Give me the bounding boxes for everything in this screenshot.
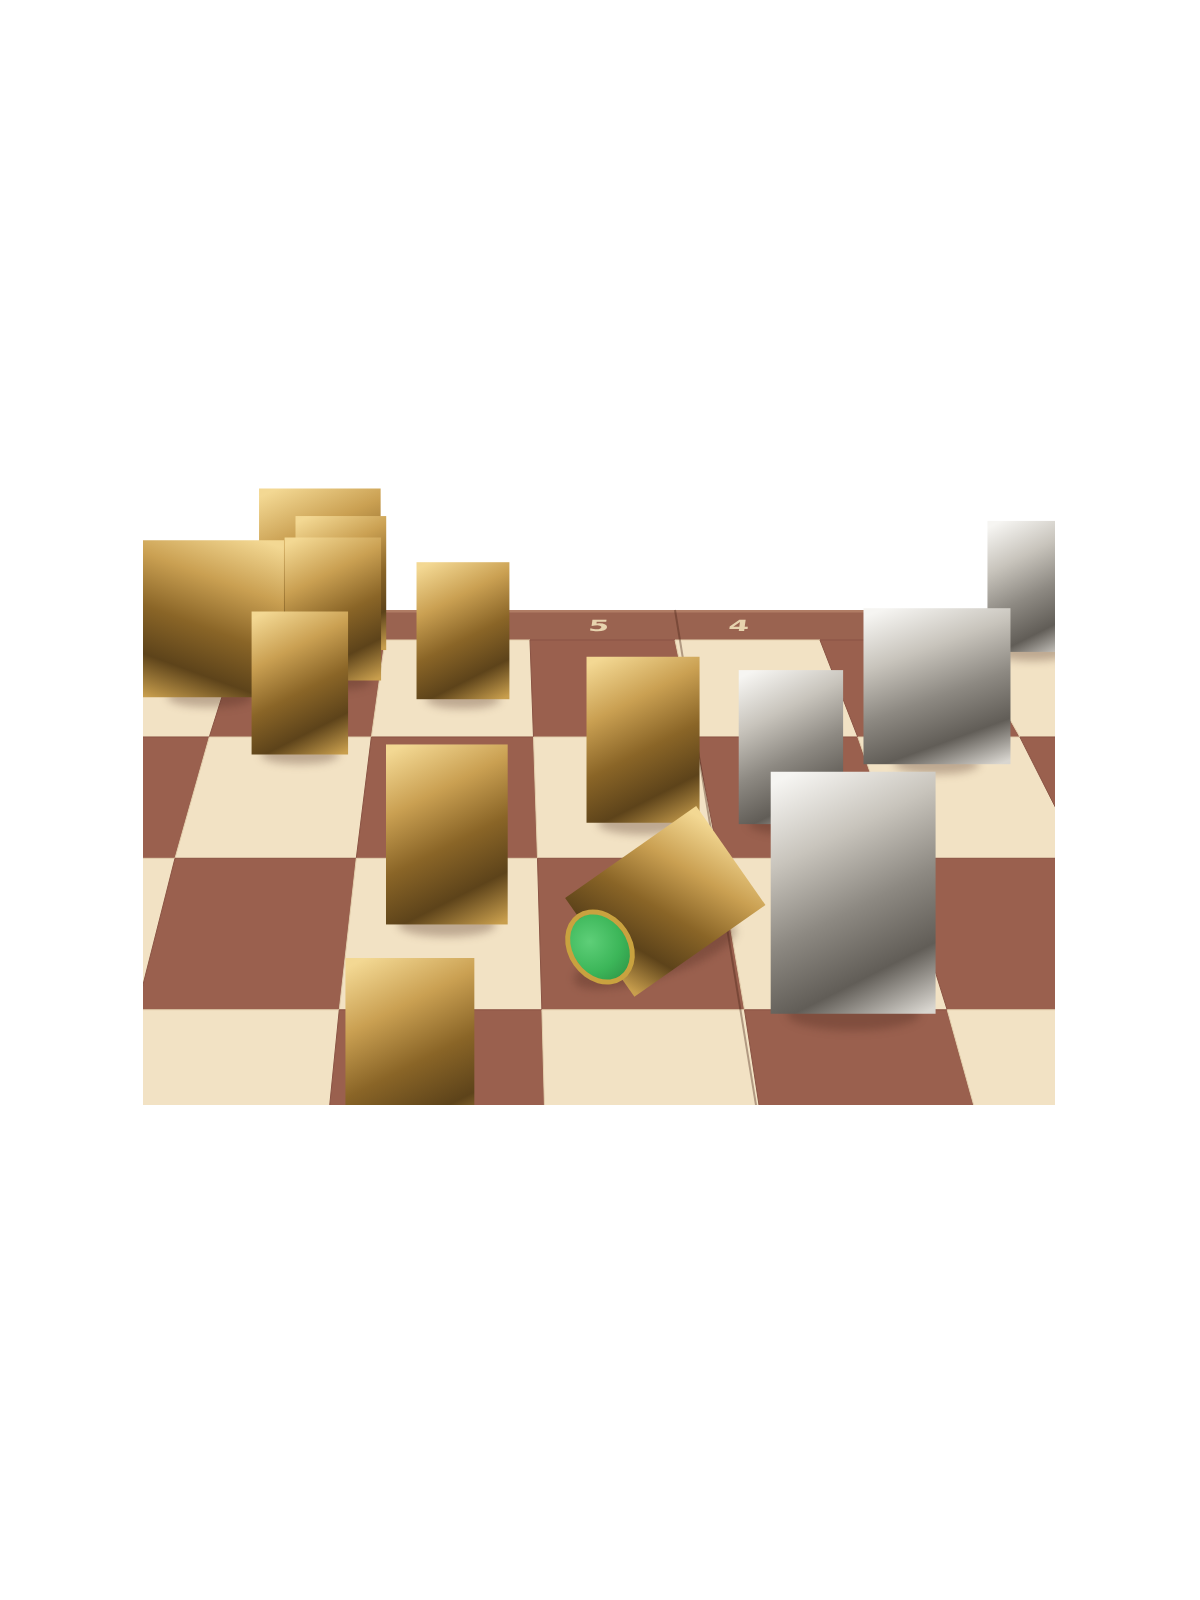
piece-glyph-pawn: ♟: [252, 612, 349, 755]
pieces-layer: ♜♟♟♟♞♟♟♞♟♟♟♛♝♟: [143, 450, 1055, 1105]
gold-pawn-a6: ♟: [398, 562, 527, 699]
piece-glyph-pawn: ♟: [587, 657, 700, 823]
piece-glyph-pawn: ♟: [386, 744, 508, 924]
gold-pawn-c7: ♟: [233, 612, 367, 755]
chessboard-photo: 87654321 ♜♟♟♟♞♟♟♞♟♟♟♛♝♟: [143, 450, 1055, 1105]
piece-glyph-pawn: ♟: [345, 958, 474, 1105]
gold-pawn-b5: ♟: [565, 657, 722, 823]
silver-knight-b3: ♞: [863, 608, 1010, 764]
piece-glyph-knight: ♞: [863, 608, 1010, 764]
piece-glyph-pawn: ♟: [417, 562, 510, 699]
silver-bishop-c4: ♝: [739, 772, 968, 1014]
product-photo-page: 87654321 ♜♟♟♟♞♟♟♞♟♟♟♛♝♟: [0, 0, 1200, 1600]
gold-pawn-d6: ♟: [320, 958, 499, 1105]
piece-glyph-bishop: ♝: [771, 772, 936, 1014]
gold-pawn-c6: ♟: [362, 744, 531, 924]
